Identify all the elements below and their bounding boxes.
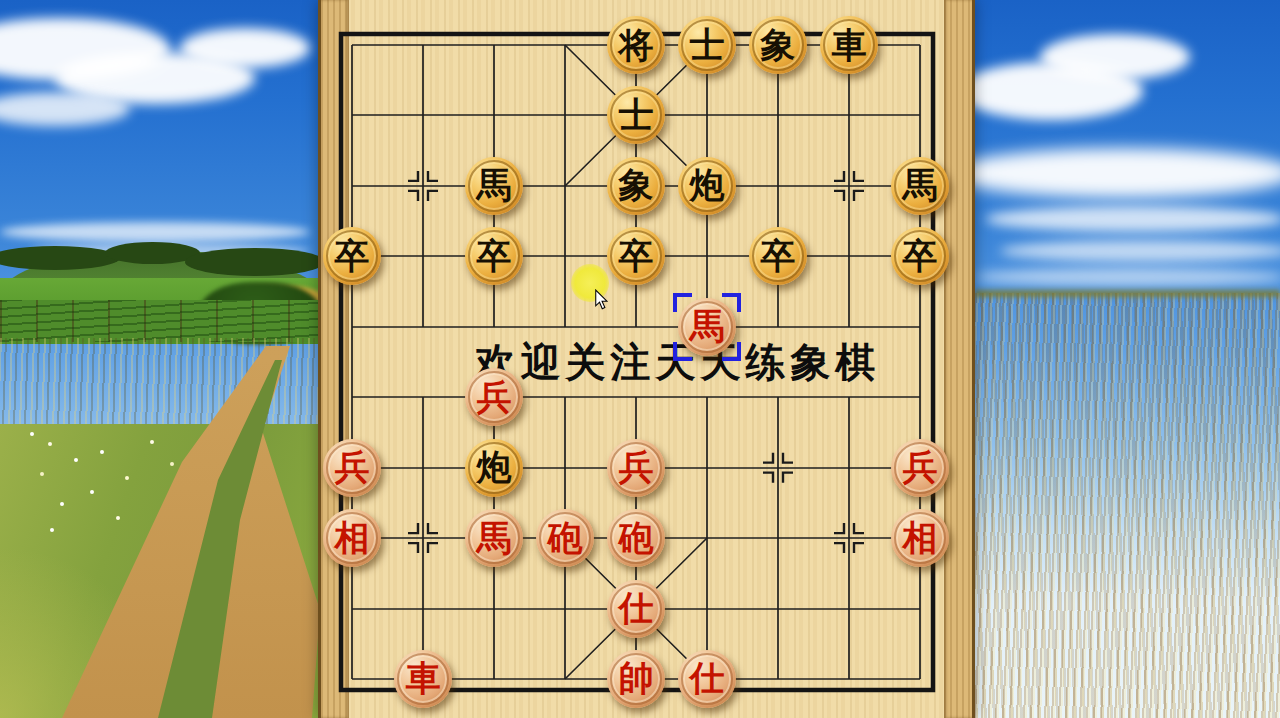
piece-red-cannon[interactable]: 砲 bbox=[607, 509, 665, 567]
selection-brackets bbox=[673, 293, 741, 361]
piece-red-horse[interactable]: 馬 bbox=[465, 509, 523, 567]
piece-black-soldier[interactable]: 卒 bbox=[891, 227, 949, 285]
vineyard-rows bbox=[0, 300, 330, 342]
wildflowers bbox=[30, 432, 34, 436]
piece-black-general[interactable]: 将 bbox=[607, 16, 665, 74]
piece-red-soldier[interactable]: 兵 bbox=[891, 439, 949, 497]
cloud-band bbox=[950, 148, 1280, 198]
cloud bbox=[1040, 34, 1190, 80]
mouse-cursor bbox=[594, 289, 608, 310]
piece-black-horse[interactable]: 馬 bbox=[891, 157, 949, 215]
piece-red-advisor[interactable]: 仕 bbox=[607, 580, 665, 638]
piece-black-elephant[interactable]: 象 bbox=[749, 16, 807, 74]
wheat-field bbox=[975, 293, 1280, 718]
piece-red-elephant[interactable]: 相 bbox=[323, 509, 381, 567]
piece-red-soldier[interactable]: 兵 bbox=[465, 368, 523, 426]
cloud bbox=[180, 28, 310, 68]
piece-red-soldier[interactable]: 兵 bbox=[607, 439, 665, 497]
cloud-band bbox=[975, 268, 1280, 286]
cloud-streak bbox=[0, 222, 310, 242]
piece-red-general[interactable]: 帥 bbox=[607, 650, 665, 708]
piece-red-cannon[interactable]: 砲 bbox=[536, 509, 594, 567]
piece-red-advisor[interactable]: 仕 bbox=[678, 650, 736, 708]
piece-red-soldier[interactable]: 兵 bbox=[323, 439, 381, 497]
piece-red-elephant[interactable]: 相 bbox=[891, 509, 949, 567]
piece-black-cannon[interactable]: 炮 bbox=[678, 157, 736, 215]
scene: 欢迎关注天天练象棋 将士象車士馬象炮馬卒卒卒卒卒馬兵兵炮兵兵相馬砲砲相仕車帥仕 bbox=[0, 0, 1280, 718]
cloud-band bbox=[985, 206, 1280, 232]
cloud-band bbox=[1000, 240, 1280, 262]
piece-black-advisor[interactable]: 士 bbox=[678, 16, 736, 74]
piece-black-elephant[interactable]: 象 bbox=[607, 157, 665, 215]
piece-black-horse[interactable]: 馬 bbox=[465, 157, 523, 215]
piece-black-soldier[interactable]: 卒 bbox=[323, 227, 381, 285]
piece-black-soldier[interactable]: 卒 bbox=[749, 227, 807, 285]
piece-black-cannon[interactable]: 炮 bbox=[465, 439, 523, 497]
piece-red-chariot[interactable]: 車 bbox=[394, 650, 452, 708]
piece-black-soldier[interactable]: 卒 bbox=[465, 227, 523, 285]
piece-black-chariot[interactable]: 車 bbox=[820, 16, 878, 74]
treeline bbox=[185, 248, 325, 276]
piece-black-soldier[interactable]: 卒 bbox=[607, 227, 665, 285]
